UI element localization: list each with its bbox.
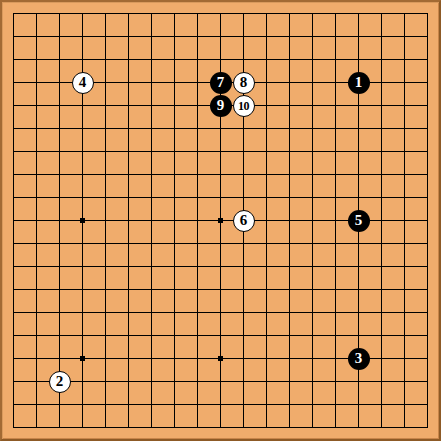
intersection[interactable] (186, 94, 209, 117)
intersection[interactable] (117, 301, 140, 324)
intersection[interactable] (278, 140, 301, 163)
intersection[interactable] (117, 209, 140, 232)
intersection[interactable] (370, 347, 393, 370)
intersection[interactable] (94, 94, 117, 117)
intersection[interactable] (2, 324, 25, 347)
intersection[interactable] (25, 370, 48, 393)
intersection[interactable] (324, 71, 347, 94)
intersection[interactable] (416, 232, 439, 255)
intersection[interactable] (255, 117, 278, 140)
intersection[interactable] (186, 163, 209, 186)
intersection[interactable] (232, 347, 255, 370)
intersection[interactable] (416, 393, 439, 416)
intersection[interactable] (347, 278, 370, 301)
intersection[interactable] (163, 347, 186, 370)
intersection[interactable] (324, 232, 347, 255)
intersection[interactable] (71, 324, 94, 347)
intersection[interactable] (347, 324, 370, 347)
intersection[interactable] (186, 25, 209, 48)
intersection[interactable] (232, 416, 255, 439)
intersection[interactable] (278, 71, 301, 94)
intersection[interactable] (48, 163, 71, 186)
intersection[interactable] (278, 232, 301, 255)
intersection[interactable] (117, 163, 140, 186)
intersection[interactable] (393, 416, 416, 439)
intersection[interactable] (163, 324, 186, 347)
intersection[interactable] (48, 255, 71, 278)
intersection[interactable] (2, 393, 25, 416)
intersection[interactable] (163, 232, 186, 255)
intersection[interactable] (186, 370, 209, 393)
intersection[interactable] (232, 278, 255, 301)
intersection[interactable] (347, 117, 370, 140)
intersection[interactable] (301, 2, 324, 25)
intersection[interactable] (255, 255, 278, 278)
intersection[interactable] (232, 255, 255, 278)
intersection[interactable] (48, 94, 71, 117)
intersection[interactable] (94, 232, 117, 255)
intersection[interactable] (370, 324, 393, 347)
intersection[interactable] (2, 370, 25, 393)
intersection[interactable] (163, 370, 186, 393)
intersection[interactable] (393, 232, 416, 255)
intersection[interactable] (71, 117, 94, 140)
intersection[interactable] (324, 94, 347, 117)
intersection[interactable] (301, 347, 324, 370)
intersection[interactable] (324, 25, 347, 48)
intersection[interactable] (278, 324, 301, 347)
intersection[interactable] (416, 278, 439, 301)
intersection[interactable] (416, 301, 439, 324)
intersection[interactable] (94, 255, 117, 278)
intersection[interactable] (117, 278, 140, 301)
intersection[interactable] (232, 163, 255, 186)
intersection[interactable] (186, 324, 209, 347)
intersection[interactable] (48, 209, 71, 232)
intersection[interactable] (301, 48, 324, 71)
intersection[interactable] (48, 278, 71, 301)
intersection[interactable] (140, 94, 163, 117)
intersection[interactable] (278, 25, 301, 48)
intersection[interactable] (71, 163, 94, 186)
intersection[interactable] (232, 25, 255, 48)
intersection[interactable] (301, 416, 324, 439)
intersection[interactable] (255, 71, 278, 94)
intersection[interactable] (25, 94, 48, 117)
intersection[interactable] (278, 255, 301, 278)
intersection[interactable] (278, 301, 301, 324)
intersection[interactable] (71, 2, 94, 25)
intersection[interactable] (347, 163, 370, 186)
intersection[interactable] (2, 140, 25, 163)
intersection[interactable] (324, 48, 347, 71)
intersection[interactable] (324, 117, 347, 140)
intersection[interactable] (232, 140, 255, 163)
intersection[interactable] (71, 347, 94, 370)
intersection[interactable] (25, 255, 48, 278)
intersection[interactable] (25, 209, 48, 232)
intersection[interactable] (416, 2, 439, 25)
intersection[interactable] (186, 347, 209, 370)
intersection[interactable] (370, 186, 393, 209)
intersection[interactable] (48, 117, 71, 140)
intersection[interactable] (324, 163, 347, 186)
intersection[interactable] (163, 48, 186, 71)
intersection[interactable] (94, 163, 117, 186)
intersection[interactable] (25, 301, 48, 324)
intersection[interactable] (71, 140, 94, 163)
intersection[interactable] (2, 301, 25, 324)
intersection[interactable] (370, 117, 393, 140)
intersection[interactable] (347, 94, 370, 117)
intersection[interactable] (416, 25, 439, 48)
intersection[interactable] (186, 209, 209, 232)
intersection[interactable] (163, 117, 186, 140)
intersection[interactable] (393, 48, 416, 71)
intersection[interactable] (347, 186, 370, 209)
intersection[interactable] (370, 163, 393, 186)
intersection[interactable] (393, 347, 416, 370)
intersection[interactable] (94, 186, 117, 209)
intersection[interactable] (416, 186, 439, 209)
intersection[interactable] (140, 301, 163, 324)
intersection[interactable] (25, 232, 48, 255)
intersection[interactable] (370, 94, 393, 117)
intersection[interactable] (71, 416, 94, 439)
intersection[interactable] (232, 393, 255, 416)
intersection[interactable] (94, 324, 117, 347)
intersection[interactable] (255, 163, 278, 186)
intersection[interactable] (25, 416, 48, 439)
intersection[interactable] (163, 71, 186, 94)
intersection[interactable] (140, 347, 163, 370)
intersection[interactable] (25, 278, 48, 301)
intersection[interactable] (2, 209, 25, 232)
intersection[interactable] (140, 232, 163, 255)
intersection[interactable] (186, 140, 209, 163)
intersection[interactable] (2, 232, 25, 255)
intersection[interactable] (209, 186, 232, 209)
intersection[interactable] (71, 48, 94, 71)
intersection[interactable] (163, 163, 186, 186)
intersection[interactable] (163, 140, 186, 163)
intersection[interactable] (117, 94, 140, 117)
intersection[interactable] (25, 48, 48, 71)
intersection[interactable] (209, 278, 232, 301)
intersection[interactable] (163, 25, 186, 48)
intersection[interactable] (186, 2, 209, 25)
intersection[interactable] (370, 25, 393, 48)
intersection[interactable] (370, 393, 393, 416)
intersection[interactable] (117, 48, 140, 71)
intersection[interactable] (209, 2, 232, 25)
intersection[interactable] (94, 209, 117, 232)
intersection[interactable] (163, 393, 186, 416)
intersection[interactable] (393, 324, 416, 347)
intersection[interactable] (301, 140, 324, 163)
intersection[interactable] (324, 324, 347, 347)
intersection[interactable] (25, 186, 48, 209)
intersection[interactable] (117, 416, 140, 439)
intersection[interactable] (209, 393, 232, 416)
intersection[interactable] (117, 324, 140, 347)
intersection[interactable] (278, 2, 301, 25)
intersection[interactable] (94, 278, 117, 301)
intersection[interactable] (324, 301, 347, 324)
intersection[interactable] (94, 71, 117, 94)
intersection[interactable] (94, 2, 117, 25)
intersection[interactable] (25, 71, 48, 94)
intersection[interactable] (324, 209, 347, 232)
intersection[interactable] (209, 163, 232, 186)
intersection[interactable] (163, 416, 186, 439)
intersection[interactable] (255, 301, 278, 324)
intersection[interactable] (301, 186, 324, 209)
intersection[interactable] (278, 48, 301, 71)
intersection[interactable] (209, 301, 232, 324)
intersection[interactable] (71, 301, 94, 324)
intersection[interactable] (140, 71, 163, 94)
intersection[interactable] (393, 209, 416, 232)
intersection[interactable] (117, 71, 140, 94)
intersection[interactable] (25, 347, 48, 370)
intersection[interactable] (94, 393, 117, 416)
intersection[interactable] (416, 163, 439, 186)
intersection[interactable] (48, 324, 71, 347)
intersection[interactable] (393, 117, 416, 140)
intersection[interactable] (117, 393, 140, 416)
intersection[interactable] (347, 25, 370, 48)
intersection[interactable] (301, 370, 324, 393)
intersection[interactable] (48, 25, 71, 48)
intersection[interactable] (25, 25, 48, 48)
intersection[interactable] (94, 140, 117, 163)
intersection[interactable] (71, 25, 94, 48)
intersection[interactable] (25, 393, 48, 416)
intersection[interactable] (232, 186, 255, 209)
intersection[interactable] (2, 186, 25, 209)
intersection[interactable] (209, 25, 232, 48)
intersection[interactable] (278, 94, 301, 117)
intersection[interactable] (278, 163, 301, 186)
intersection[interactable] (416, 416, 439, 439)
intersection[interactable] (140, 186, 163, 209)
intersection[interactable] (71, 393, 94, 416)
intersection[interactable] (255, 2, 278, 25)
intersection[interactable] (301, 232, 324, 255)
intersection[interactable] (140, 324, 163, 347)
intersection[interactable] (370, 370, 393, 393)
intersection[interactable] (140, 416, 163, 439)
intersection[interactable] (186, 255, 209, 278)
intersection[interactable] (186, 117, 209, 140)
intersection[interactable] (347, 232, 370, 255)
intersection[interactable] (324, 393, 347, 416)
intersection[interactable] (163, 301, 186, 324)
intersection[interactable] (186, 393, 209, 416)
intersection[interactable] (347, 370, 370, 393)
intersection[interactable] (393, 163, 416, 186)
intersection[interactable] (232, 301, 255, 324)
intersection[interactable] (301, 324, 324, 347)
intersection[interactable] (255, 278, 278, 301)
intersection[interactable] (209, 140, 232, 163)
intersection[interactable] (301, 301, 324, 324)
intersection[interactable] (209, 416, 232, 439)
intersection[interactable] (94, 25, 117, 48)
intersection[interactable] (301, 393, 324, 416)
intersection[interactable] (2, 347, 25, 370)
intersection[interactable] (347, 393, 370, 416)
intersection[interactable] (163, 186, 186, 209)
intersection[interactable] (2, 25, 25, 48)
intersection[interactable] (186, 232, 209, 255)
intersection[interactable] (117, 370, 140, 393)
intersection[interactable] (94, 48, 117, 71)
intersection[interactable] (393, 71, 416, 94)
intersection[interactable] (301, 25, 324, 48)
intersection[interactable] (71, 94, 94, 117)
intersection[interactable] (25, 324, 48, 347)
intersection[interactable] (255, 25, 278, 48)
intersection[interactable] (393, 301, 416, 324)
intersection[interactable] (209, 232, 232, 255)
intersection[interactable] (140, 209, 163, 232)
intersection[interactable] (25, 140, 48, 163)
intersection[interactable] (416, 71, 439, 94)
intersection[interactable] (370, 71, 393, 94)
intersection[interactable] (278, 186, 301, 209)
intersection[interactable] (140, 48, 163, 71)
intersection[interactable] (2, 94, 25, 117)
intersection[interactable] (370, 416, 393, 439)
intersection[interactable] (301, 278, 324, 301)
intersection[interactable] (370, 301, 393, 324)
intersection[interactable] (71, 232, 94, 255)
intersection[interactable] (370, 278, 393, 301)
intersection[interactable] (416, 209, 439, 232)
intersection[interactable] (347, 416, 370, 439)
intersection[interactable] (48, 71, 71, 94)
intersection[interactable] (209, 117, 232, 140)
intersection[interactable] (416, 117, 439, 140)
intersection[interactable] (71, 278, 94, 301)
intersection[interactable] (324, 416, 347, 439)
intersection[interactable] (370, 2, 393, 25)
intersection[interactable] (393, 255, 416, 278)
intersection[interactable] (416, 370, 439, 393)
intersection[interactable] (370, 255, 393, 278)
intersection[interactable] (140, 2, 163, 25)
intersection[interactable] (255, 48, 278, 71)
intersection[interactable] (209, 347, 232, 370)
intersection[interactable] (255, 186, 278, 209)
intersection[interactable] (186, 278, 209, 301)
intersection[interactable] (140, 393, 163, 416)
intersection[interactable] (71, 209, 94, 232)
intersection[interactable] (140, 25, 163, 48)
intersection[interactable] (163, 2, 186, 25)
intersection[interactable] (140, 255, 163, 278)
intersection[interactable] (416, 140, 439, 163)
intersection[interactable] (278, 117, 301, 140)
intersection[interactable] (163, 209, 186, 232)
intersection[interactable] (255, 370, 278, 393)
intersection[interactable] (48, 140, 71, 163)
intersection[interactable] (301, 255, 324, 278)
intersection[interactable] (48, 301, 71, 324)
intersection[interactable] (140, 163, 163, 186)
intersection[interactable] (48, 232, 71, 255)
intersection[interactable] (186, 301, 209, 324)
intersection[interactable] (117, 2, 140, 25)
intersection[interactable] (255, 324, 278, 347)
intersection[interactable] (347, 140, 370, 163)
intersection[interactable] (232, 370, 255, 393)
intersection[interactable] (347, 2, 370, 25)
intersection[interactable] (48, 186, 71, 209)
intersection[interactable] (2, 48, 25, 71)
intersection[interactable] (370, 209, 393, 232)
intersection[interactable] (140, 140, 163, 163)
intersection[interactable] (416, 255, 439, 278)
intersection[interactable] (117, 140, 140, 163)
intersection[interactable] (393, 25, 416, 48)
intersection[interactable] (301, 209, 324, 232)
intersection[interactable] (278, 416, 301, 439)
intersection[interactable] (255, 347, 278, 370)
intersection[interactable] (232, 48, 255, 71)
intersection[interactable] (255, 140, 278, 163)
intersection[interactable] (324, 255, 347, 278)
intersection[interactable] (140, 370, 163, 393)
intersection[interactable] (2, 71, 25, 94)
intersection[interactable] (163, 94, 186, 117)
intersection[interactable] (324, 140, 347, 163)
intersection[interactable] (324, 370, 347, 393)
intersection[interactable] (117, 186, 140, 209)
intersection[interactable] (232, 324, 255, 347)
intersection[interactable] (140, 278, 163, 301)
intersection[interactable] (94, 117, 117, 140)
intersection[interactable] (232, 2, 255, 25)
intersection[interactable] (324, 278, 347, 301)
intersection[interactable] (2, 117, 25, 140)
intersection[interactable] (255, 416, 278, 439)
intersection[interactable] (370, 140, 393, 163)
intersection[interactable] (324, 186, 347, 209)
intersection[interactable] (163, 255, 186, 278)
intersection[interactable] (48, 347, 71, 370)
intersection[interactable] (2, 163, 25, 186)
intersection[interactable] (393, 370, 416, 393)
intersection[interactable] (209, 255, 232, 278)
intersection[interactable] (255, 209, 278, 232)
intersection[interactable] (278, 393, 301, 416)
intersection[interactable] (117, 255, 140, 278)
intersection[interactable] (94, 301, 117, 324)
intersection[interactable] (301, 117, 324, 140)
intersection[interactable] (117, 117, 140, 140)
intersection[interactable] (209, 48, 232, 71)
intersection[interactable] (94, 347, 117, 370)
intersection[interactable] (347, 255, 370, 278)
intersection[interactable] (2, 278, 25, 301)
intersection[interactable] (370, 48, 393, 71)
intersection[interactable] (301, 163, 324, 186)
intersection[interactable] (163, 278, 186, 301)
intersection[interactable] (117, 347, 140, 370)
